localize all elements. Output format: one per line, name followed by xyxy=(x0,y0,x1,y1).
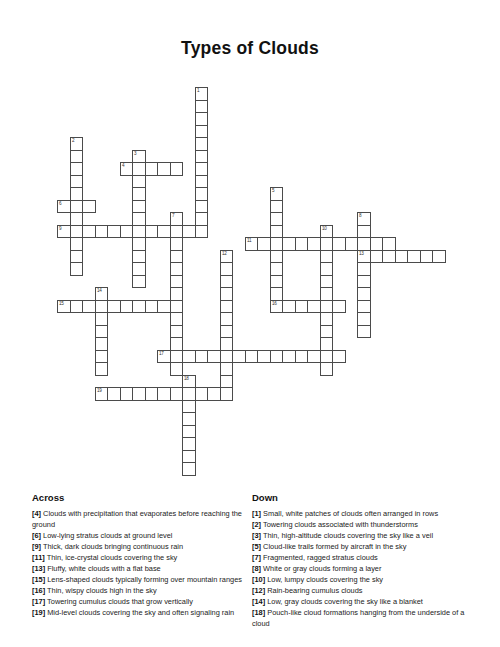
grid-cell[interactable] xyxy=(220,362,233,376)
cell-number: 6 xyxy=(59,202,61,207)
grid-cell[interactable] xyxy=(157,225,171,238)
grid-cell[interactable] xyxy=(220,337,233,351)
cell-number: 19 xyxy=(97,389,102,394)
grid-cell[interactable] xyxy=(132,212,146,226)
grid-cell[interactable] xyxy=(170,312,183,326)
grid-cell[interactable] xyxy=(257,237,271,251)
clue-item: [16] Thin, wispy clouds high in the sky xyxy=(32,585,246,596)
grid-cell[interactable] xyxy=(232,350,246,363)
clue-item: [11] Thin, ice-crystal clouds covering t… xyxy=(32,552,246,563)
grid-cell[interactable] xyxy=(320,362,333,376)
across-heading: Across xyxy=(32,492,246,503)
clue-number: [15] xyxy=(32,575,45,584)
grid-cell[interactable] xyxy=(270,287,283,301)
grid-cell[interactable] xyxy=(357,237,371,251)
clue-number: [9] xyxy=(32,542,41,551)
grid-cell[interactable]: 4 xyxy=(120,162,133,176)
grid-cell[interactable] xyxy=(170,362,183,376)
grid-cell[interactable] xyxy=(207,350,221,363)
clue-item: [14] Low, gray clouds covering the sky l… xyxy=(252,596,472,607)
clue-item: [4] Clouds with precipitation that evapo… xyxy=(32,508,246,530)
clue-number: [8] xyxy=(252,564,261,573)
cell-number: 4 xyxy=(122,164,124,169)
cell-number: 18 xyxy=(184,377,189,382)
grid-cell[interactable] xyxy=(382,250,396,263)
cell-number: 9 xyxy=(59,227,61,232)
cell-number: 3 xyxy=(134,152,136,157)
grid-cell[interactable] xyxy=(307,300,321,313)
grid-cell[interactable] xyxy=(320,337,333,351)
grid-cell[interactable] xyxy=(182,462,196,476)
grid-cell[interactable] xyxy=(195,225,208,238)
grid-cell[interactable] xyxy=(320,312,333,326)
grid-cell[interactable] xyxy=(132,387,146,401)
grid-cell[interactable] xyxy=(132,237,146,251)
cell-number: 5 xyxy=(272,189,274,194)
clue-number: [4] xyxy=(32,509,41,518)
grid-cell[interactable] xyxy=(82,300,96,313)
grid-cell[interactable] xyxy=(182,437,196,451)
grid-cell[interactable]: 5 xyxy=(270,187,283,201)
grid-cell[interactable] xyxy=(132,300,146,313)
clue-number: [11] xyxy=(32,553,45,562)
grid-cell[interactable] xyxy=(170,162,183,176)
across-clues-column: Across [4] Clouds with precipitation tha… xyxy=(32,492,246,618)
grid-cell[interactable] xyxy=(132,162,146,176)
grid-cell[interactable] xyxy=(107,387,121,401)
grid-cell[interactable]: 7 xyxy=(170,212,183,226)
grid-cell[interactable] xyxy=(70,187,83,201)
grid-cell[interactable] xyxy=(157,300,171,313)
grid-cell[interactable] xyxy=(157,162,171,176)
clue-item: [5] Cloud-like trails formed by aircraft… xyxy=(252,541,472,552)
grid-cell[interactable] xyxy=(382,237,396,251)
grid-cell[interactable] xyxy=(307,237,321,251)
grid-cell[interactable]: 17 xyxy=(157,350,171,363)
grid-cell[interactable] xyxy=(182,387,196,401)
clue-number: [7] xyxy=(252,553,261,562)
clue-number: [1] xyxy=(252,509,261,518)
grid-cell[interactable]: 9 xyxy=(57,225,71,238)
cell-number: 14 xyxy=(97,289,102,294)
grid-cell[interactable] xyxy=(95,362,108,376)
grid-cell[interactable] xyxy=(345,237,358,251)
grid-cell[interactable] xyxy=(170,387,183,401)
cell-number: 15 xyxy=(59,302,64,307)
cell-number: 8 xyxy=(359,214,361,219)
grid-cell[interactable] xyxy=(270,262,283,276)
grid-cell[interactable] xyxy=(157,387,171,401)
grid-cell[interactable] xyxy=(220,387,233,401)
down-clue-list: [1] Small, white patches of clouds often… xyxy=(252,508,472,629)
clue-number: [2] xyxy=(252,520,261,529)
cell-number: 17 xyxy=(159,352,164,357)
clue-item: [19] Mid-level clouds covering the sky a… xyxy=(32,607,246,618)
clue-item: [9] Thick, dark clouds bringing continuo… xyxy=(32,541,246,552)
grid-cell[interactable] xyxy=(182,350,196,363)
cell-number: 10 xyxy=(322,227,327,232)
clue-item: [7] Fragmented, ragged stratus clouds xyxy=(252,552,472,563)
grid-cell[interactable] xyxy=(132,275,146,288)
clue-number: [10] xyxy=(252,575,265,584)
grid-cell[interactable]: 1 xyxy=(195,87,208,101)
grid-cell[interactable] xyxy=(170,237,183,251)
grid-cell[interactable] xyxy=(220,312,233,326)
grid-cell[interactable] xyxy=(120,225,133,238)
grid-cell[interactable]: 15 xyxy=(57,300,71,313)
grid-cell[interactable] xyxy=(307,350,321,363)
grid-cell[interactable]: 2 xyxy=(70,137,83,151)
down-clues-column: Down [1] Small, white patches of clouds … xyxy=(252,492,472,629)
clue-item: [18] Pouch-like cloud formations hanging… xyxy=(252,607,472,629)
grid-cell[interactable] xyxy=(320,262,333,276)
clue-item: [10] Low, lumpy clouds covering the sky xyxy=(252,574,472,585)
grid-cell[interactable] xyxy=(195,112,208,126)
cell-number: 11 xyxy=(247,239,251,244)
grid-cell[interactable] xyxy=(282,350,296,363)
clue-item: [8] White or gray clouds forming a layer xyxy=(252,563,472,574)
grid-cell[interactable] xyxy=(95,337,108,351)
clue-item: [12] Rain-bearing cumulus clouds xyxy=(252,585,472,596)
grid-cell[interactable] xyxy=(132,187,146,201)
grid-cell[interactable] xyxy=(170,337,183,351)
grid-cell[interactable] xyxy=(357,312,371,326)
clue-item: [6] Low-lying stratus clouds at ground l… xyxy=(32,530,246,541)
clue-item: [1] Small, white patches of clouds often… xyxy=(252,508,472,519)
cell-number: 7 xyxy=(172,214,174,219)
crossword-page: Types of Clouds 123456781391011121415161… xyxy=(0,0,500,647)
crossword-grid: 12345678139101112141516171819 xyxy=(0,0,500,500)
grid-cell[interactable] xyxy=(195,162,208,176)
grid-cell[interactable] xyxy=(270,212,283,226)
grid-cell[interactable] xyxy=(332,237,346,251)
grid-cell[interactable] xyxy=(357,325,371,338)
cell-number: 13 xyxy=(359,252,364,257)
grid-cell[interactable] xyxy=(107,300,121,313)
cell-number: 2 xyxy=(72,139,74,144)
grid-cell[interactable] xyxy=(407,250,421,263)
grid-cell[interactable] xyxy=(357,287,371,301)
grid-cell[interactable] xyxy=(195,187,208,201)
grid-cell[interactable] xyxy=(70,162,83,176)
grid-cell[interactable] xyxy=(132,262,146,276)
grid-cell[interactable] xyxy=(220,287,233,301)
grid-cell[interactable] xyxy=(182,412,196,426)
cell-number: 1 xyxy=(197,89,199,94)
grid-cell[interactable]: 14 xyxy=(95,287,108,301)
clue-number: [6] xyxy=(32,531,41,540)
cell-number: 16 xyxy=(272,302,277,307)
clue-item: [2] Towering clouds associated with thun… xyxy=(252,519,472,530)
grid-cell[interactable] xyxy=(332,300,346,313)
grid-cell[interactable] xyxy=(257,350,271,363)
clue-number: [17] xyxy=(32,597,45,606)
clue-number: [13] xyxy=(32,564,45,573)
grid-cell[interactable] xyxy=(357,262,371,276)
grid-cell[interactable] xyxy=(332,350,346,363)
grid-cell[interactable] xyxy=(282,300,296,313)
clue-number: [3] xyxy=(252,531,261,540)
grid-cell[interactable] xyxy=(107,225,121,238)
clue-number: [12] xyxy=(252,586,265,595)
grid-cell[interactable] xyxy=(70,212,83,226)
grid-cell[interactable]: 8 xyxy=(357,212,371,226)
grid-cell[interactable] xyxy=(170,287,183,301)
clue-number: [5] xyxy=(252,542,261,551)
grid-cell[interactable] xyxy=(320,287,333,301)
grid-cell[interactable] xyxy=(282,237,296,251)
grid-cell[interactable] xyxy=(170,262,183,276)
clue-item: [17] Towering cumulus clouds that grow v… xyxy=(32,596,246,607)
grid-cell[interactable] xyxy=(70,262,83,276)
grid-cell[interactable] xyxy=(220,262,233,276)
clue-item: [13] Fluffy, white clouds with a flat ba… xyxy=(32,563,246,574)
grid-cell[interactable]: 6 xyxy=(57,200,71,213)
grid-cell[interactable] xyxy=(82,225,96,238)
down-heading: Down xyxy=(252,492,472,503)
cell-number: 12 xyxy=(222,252,227,257)
grid-cell[interactable] xyxy=(195,212,208,226)
grid-cell[interactable] xyxy=(82,200,96,213)
clue-number: [16] xyxy=(32,586,45,595)
clue-number: [18] xyxy=(252,608,265,617)
clue-item: [15] Lens-shaped clouds typically formin… xyxy=(32,574,246,585)
grid-cell[interactable] xyxy=(207,387,221,401)
clue-item: [3] Thin, high-altitude clouds covering … xyxy=(252,530,472,541)
grid-cell[interactable] xyxy=(182,225,196,238)
grid-cell[interactable] xyxy=(95,312,108,326)
grid-cell[interactable] xyxy=(195,137,208,151)
clue-number: [19] xyxy=(32,608,45,617)
grid-cell[interactable] xyxy=(432,250,446,263)
grid-cell[interactable] xyxy=(70,237,83,251)
across-clue-list: [4] Clouds with precipitation that evapo… xyxy=(32,508,246,618)
clue-number: [14] xyxy=(252,597,265,606)
